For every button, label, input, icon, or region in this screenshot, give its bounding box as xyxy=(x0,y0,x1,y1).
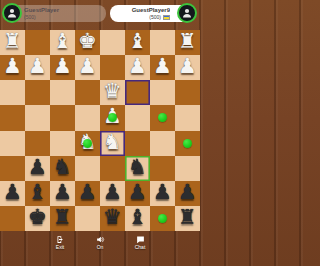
square-h8[interactable] xyxy=(0,206,25,231)
square-d6[interactable] xyxy=(100,156,125,181)
square-e6[interactable] xyxy=(75,156,100,181)
square-h7[interactable]: ♟ xyxy=(0,181,25,206)
black-pawn-piece: ♟ xyxy=(78,180,97,205)
square-f1[interactable]: ♝ xyxy=(50,30,75,55)
square-a2[interactable]: ♟ xyxy=(175,55,200,80)
square-f2[interactable]: ♟ xyxy=(50,55,75,80)
square-c3[interactable] xyxy=(125,80,150,105)
square-g7[interactable]: ♝ xyxy=(25,181,50,206)
square-f7[interactable]: ♟ xyxy=(50,181,75,206)
square-h4[interactable] xyxy=(0,105,25,130)
square-f4[interactable] xyxy=(50,105,75,130)
white-pawn-piece: ♟ xyxy=(53,54,72,79)
square-a1[interactable]: ♜ xyxy=(175,30,200,55)
white-rook-piece: ♜ xyxy=(178,29,197,54)
exit-label: Exit xyxy=(56,245,64,250)
bottom-toolbar: Exit On Chat xyxy=(0,231,200,266)
square-a7[interactable]: ♟ xyxy=(175,181,200,206)
white-pawn-piece: ♟ xyxy=(153,54,172,79)
square-e1[interactable]: ♚ xyxy=(75,30,100,55)
legal-move-dot[interactable] xyxy=(83,139,92,148)
player-avatar[interactable] xyxy=(177,3,197,23)
square-h2[interactable]: ♟ xyxy=(0,55,25,80)
square-a8[interactable]: ♜ xyxy=(175,206,200,231)
black-king-piece: ♚ xyxy=(28,205,47,230)
opponent-rating: (500) xyxy=(24,14,36,20)
square-e7[interactable]: ♟ xyxy=(75,181,100,206)
black-pawn-piece: ♟ xyxy=(153,180,172,205)
person-icon xyxy=(181,7,193,19)
square-d3[interactable]: ♛ xyxy=(100,80,125,105)
square-b3[interactable] xyxy=(150,80,175,105)
opponent-name: GuestPlayer xyxy=(24,7,102,14)
white-knight-piece: ♞ xyxy=(103,130,122,155)
sound-label: On xyxy=(97,245,104,250)
square-b5[interactable] xyxy=(150,131,175,156)
player-name: GuestPlayer9 xyxy=(114,7,170,14)
black-pawn-piece: ♟ xyxy=(128,180,147,205)
square-e3[interactable] xyxy=(75,80,100,105)
square-f3[interactable] xyxy=(50,80,75,105)
square-c1[interactable]: ♝ xyxy=(125,30,150,55)
black-pawn-piece: ♟ xyxy=(3,180,22,205)
speaker-icon xyxy=(96,235,105,244)
white-king-piece: ♚ xyxy=(78,29,97,54)
square-g3[interactable] xyxy=(25,80,50,105)
chess-board: ♜♝♚♝♜♟♟♟♟♟♟♟♛♟♞♞♟♞♞♟♝♟♟♟♟♟♟♚♜♛♝♜ xyxy=(0,30,200,231)
square-e4[interactable] xyxy=(75,105,100,130)
legal-move-dot[interactable] xyxy=(158,113,167,122)
legal-move-dot[interactable] xyxy=(158,214,167,223)
square-b7[interactable]: ♟ xyxy=(150,181,175,206)
black-pawn-piece: ♟ xyxy=(28,155,47,180)
exit-button[interactable]: Exit xyxy=(51,235,69,250)
black-rook-piece: ♜ xyxy=(178,205,197,230)
sound-button[interactable]: On xyxy=(91,235,109,250)
square-g5[interactable] xyxy=(25,131,50,156)
square-e5[interactable]: ♞ xyxy=(75,131,100,156)
chat-label: Chat xyxy=(135,245,146,250)
square-c8[interactable]: ♝ xyxy=(125,206,150,231)
black-pawn-piece: ♟ xyxy=(178,180,197,205)
square-f8[interactable]: ♜ xyxy=(50,206,75,231)
black-pawn-piece: ♟ xyxy=(103,180,122,205)
square-h5[interactable] xyxy=(0,131,25,156)
square-a6[interactable] xyxy=(175,156,200,181)
square-a4[interactable] xyxy=(175,105,200,130)
white-pawn-piece: ♟ xyxy=(78,54,97,79)
black-knight-piece: ♞ xyxy=(128,155,147,180)
black-bishop-piece: ♝ xyxy=(28,180,47,205)
square-b1[interactable] xyxy=(150,30,175,55)
white-bishop-piece: ♝ xyxy=(53,29,72,54)
square-g4[interactable] xyxy=(25,105,50,130)
square-b8[interactable] xyxy=(150,206,175,231)
opponent-avatar[interactable] xyxy=(2,3,22,23)
square-d5[interactable]: ♞ xyxy=(100,131,125,156)
square-f6[interactable]: ♞ xyxy=(50,156,75,181)
square-f5[interactable] xyxy=(50,131,75,156)
white-rook-piece: ♜ xyxy=(3,29,22,54)
square-g2[interactable]: ♟ xyxy=(25,55,50,80)
square-g8[interactable]: ♚ xyxy=(25,206,50,231)
square-b2[interactable]: ♟ xyxy=(150,55,175,80)
player-rating: (500) xyxy=(149,14,161,20)
legal-move-dot[interactable] xyxy=(183,139,192,148)
square-b6[interactable] xyxy=(150,156,175,181)
player-flag-icon xyxy=(163,15,170,20)
square-a5[interactable] xyxy=(175,131,200,156)
square-d7[interactable]: ♟ xyxy=(100,181,125,206)
chat-icon xyxy=(136,235,145,244)
exit-icon xyxy=(56,235,65,244)
white-pawn-piece: ♟ xyxy=(178,54,197,79)
square-a3[interactable] xyxy=(175,80,200,105)
opponent-info: GuestPlayer (500) xyxy=(11,5,106,22)
square-h1[interactable]: ♜ xyxy=(0,30,25,55)
square-d8[interactable]: ♛ xyxy=(100,206,125,231)
square-d1[interactable] xyxy=(100,30,125,55)
square-c4[interactable] xyxy=(125,105,150,130)
white-bishop-piece: ♝ xyxy=(128,29,147,54)
black-pawn-piece: ♟ xyxy=(53,180,72,205)
black-knight-piece: ♞ xyxy=(53,155,72,180)
person-icon xyxy=(6,7,18,19)
white-pawn-piece: ♟ xyxy=(128,54,147,79)
white-pawn-piece: ♟ xyxy=(28,54,47,79)
square-c2[interactable]: ♟ xyxy=(125,55,150,80)
chat-button[interactable]: Chat xyxy=(131,235,149,250)
square-h6[interactable] xyxy=(0,156,25,181)
black-queen-piece: ♛ xyxy=(103,205,122,230)
square-c5[interactable] xyxy=(125,131,150,156)
white-pawn-piece: ♟ xyxy=(3,54,22,79)
square-h3[interactable] xyxy=(0,80,25,105)
square-e8[interactable] xyxy=(75,206,100,231)
white-queen-piece: ♛ xyxy=(103,79,122,104)
square-g6[interactable]: ♟ xyxy=(25,156,50,181)
square-c6[interactable]: ♞ xyxy=(125,156,150,181)
black-bishop-piece: ♝ xyxy=(128,205,147,230)
square-c7[interactable]: ♟ xyxy=(125,181,150,206)
square-d2[interactable] xyxy=(100,55,125,80)
square-e2[interactable]: ♟ xyxy=(75,55,100,80)
top-bar: GuestPlayer (500) GuestPlayer9 (500) xyxy=(0,0,200,30)
square-d4[interactable]: ♟ xyxy=(100,105,125,130)
chess-app: GuestPlayer (500) GuestPlayer9 (500) ♜♝♚… xyxy=(0,0,200,266)
square-g1[interactable] xyxy=(25,30,50,55)
square-b4[interactable] xyxy=(150,105,175,130)
black-rook-piece: ♜ xyxy=(53,205,72,230)
